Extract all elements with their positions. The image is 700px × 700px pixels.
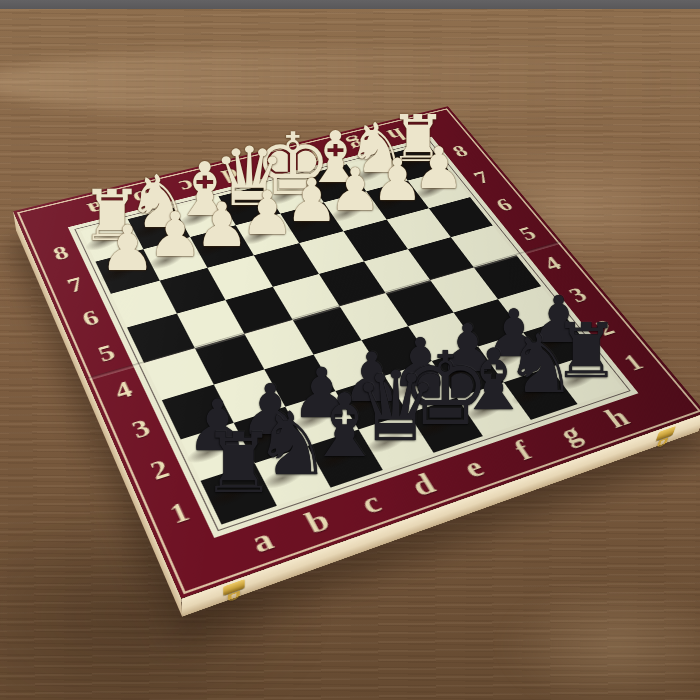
scene: aabbccddeeffgghh8877665544332211 ♜♞♝♟♚♟♛… xyxy=(0,0,700,700)
background-wall-strip xyxy=(0,0,700,9)
